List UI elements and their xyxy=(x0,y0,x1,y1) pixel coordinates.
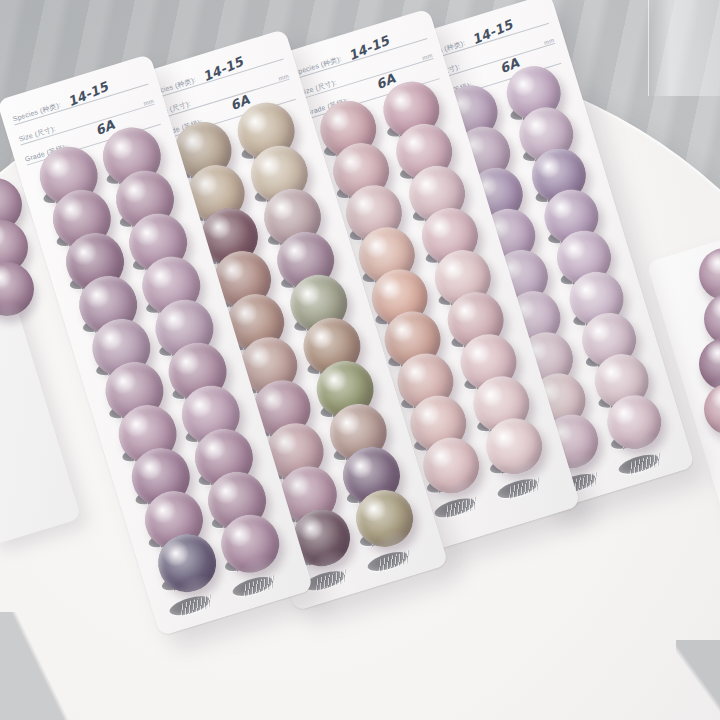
table-edge-bottom-left xyxy=(0,612,80,720)
table-edge-bottom-right xyxy=(676,640,720,720)
background-light-band xyxy=(648,0,720,96)
scene-photo: Species (种类):14-15Size (尺寸):mmGrade (等级)… xyxy=(0,0,720,720)
